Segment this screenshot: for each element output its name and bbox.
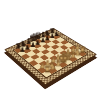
scene: ♜♟♟♜♞♟♟♞♝♟♟♝♛♟♟♛♚♟♟♚♝♟♟♝♞♟♟♞♜♟♟♜ — [0, 0, 100, 100]
